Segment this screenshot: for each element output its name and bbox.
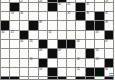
white-square[interactable] — [1, 49, 10, 58]
white-square[interactable] — [29, 31, 38, 40]
white-square[interactable] — [29, 68, 38, 77]
black-square — [105, 59, 114, 68]
white-square[interactable]: 32 — [86, 3, 95, 12]
white-square[interactable] — [29, 49, 38, 58]
black-square — [95, 12, 104, 21]
black-square — [86, 21, 95, 30]
white-square[interactable] — [10, 68, 19, 77]
black-square — [10, 3, 19, 12]
clue-number: 31 — [67, 3, 70, 6]
clue-number: 55 — [77, 68, 80, 71]
clue-number: 36 — [86, 12, 89, 15]
white-square[interactable] — [86, 59, 95, 68]
white-square[interactable] — [39, 31, 48, 40]
white-square[interactable] — [95, 40, 104, 49]
black-square — [10, 77, 19, 80]
white-square[interactable] — [86, 40, 95, 49]
white-square[interactable] — [76, 21, 85, 30]
white-square[interactable] — [105, 49, 114, 58]
white-square[interactable]: 38 — [39, 21, 48, 30]
clue-number: 56 — [105, 68, 108, 71]
clue-number: 41 — [11, 31, 14, 34]
white-square[interactable]: 41 — [10, 31, 19, 40]
white-square[interactable] — [67, 77, 76, 80]
clue-number: 51 — [30, 58, 33, 61]
clue-number: 46 — [77, 40, 80, 43]
white-square[interactable] — [67, 21, 76, 30]
white-square[interactable] — [48, 40, 57, 49]
white-square[interactable] — [29, 3, 38, 12]
white-square[interactable]: 44 — [20, 40, 29, 49]
black-square — [48, 3, 57, 12]
watermark-speck — [109, 73, 113, 76]
white-square[interactable]: 48 — [39, 49, 48, 58]
black-square — [76, 12, 85, 21]
white-square[interactable]: 47 — [105, 40, 114, 49]
white-square[interactable] — [67, 49, 76, 58]
black-square — [86, 68, 95, 77]
white-square[interactable]: 30 — [58, 3, 67, 12]
white-square[interactable] — [39, 12, 48, 21]
clue-number: 37 — [105, 12, 108, 15]
clue-number: 43 — [96, 31, 99, 34]
white-square[interactable] — [1, 68, 10, 77]
white-square[interactable] — [1, 40, 10, 49]
white-square[interactable]: 53 — [95, 59, 104, 68]
white-square[interactable] — [67, 68, 76, 77]
black-square — [76, 3, 85, 12]
white-square[interactable] — [95, 3, 104, 12]
white-square[interactable]: 43 — [95, 31, 104, 40]
white-square[interactable] — [10, 21, 19, 30]
white-square[interactable] — [67, 31, 76, 40]
white-square[interactable] — [20, 3, 29, 12]
white-square[interactable] — [20, 49, 29, 58]
white-square[interactable] — [58, 21, 67, 30]
black-square — [105, 31, 114, 40]
white-square[interactable]: 46 — [76, 40, 85, 49]
black-square — [86, 49, 95, 58]
clue-number: 42 — [48, 31, 51, 34]
white-square[interactable]: 55 — [76, 68, 85, 77]
white-square[interactable]: 33 — [10, 12, 19, 21]
white-square[interactable]: 35 — [67, 12, 76, 21]
white-square[interactable] — [1, 3, 10, 12]
white-square[interactable] — [20, 59, 29, 68]
crossword-thumbnail: 2728293031323334353637383940414243444546… — [0, 0, 115, 80]
clue-number: 48 — [39, 49, 42, 52]
white-square[interactable]: 52 — [76, 59, 85, 68]
white-square[interactable] — [39, 77, 48, 80]
black-square — [29, 21, 38, 30]
white-square[interactable] — [20, 68, 29, 77]
black-square — [48, 77, 57, 80]
white-square[interactable]: 54 — [39, 68, 48, 77]
white-square[interactable] — [1, 12, 10, 21]
white-square[interactable] — [86, 31, 95, 40]
black-square — [58, 77, 67, 80]
white-square[interactable]: 51 — [29, 59, 38, 68]
white-square[interactable] — [48, 12, 57, 21]
clue-number: 35 — [67, 12, 70, 15]
white-square[interactable] — [58, 12, 67, 21]
clue-number: 38 — [39, 21, 42, 24]
clue-number: 32 — [86, 3, 89, 6]
clue-number: 40 — [1, 31, 4, 34]
white-square[interactable] — [29, 77, 38, 80]
clue-number: 45 — [30, 40, 33, 43]
black-square — [39, 40, 48, 49]
clue-number: 49 — [58, 49, 61, 52]
white-square[interactable]: 42 — [48, 31, 57, 40]
black-square — [76, 77, 85, 80]
white-square[interactable]: 37 — [105, 12, 114, 21]
white-square[interactable] — [10, 49, 19, 58]
white-square[interactable] — [58, 59, 67, 68]
black-square — [48, 49, 57, 58]
clue-number: 44 — [20, 40, 23, 43]
crossword-grid: 2728293031323334353637383940414243444546… — [0, 0, 114, 80]
black-square — [86, 77, 95, 80]
white-square[interactable] — [20, 77, 29, 80]
white-square[interactable] — [48, 59, 57, 68]
black-square — [1, 21, 10, 30]
black-square — [95, 21, 104, 30]
white-square[interactable] — [20, 21, 29, 30]
white-square[interactable] — [58, 68, 67, 77]
clue-number: 52 — [77, 58, 80, 61]
clue-number: 30 — [58, 3, 61, 6]
clue-number: 47 — [105, 40, 108, 43]
white-square[interactable] — [58, 31, 67, 40]
white-square[interactable]: 39 — [105, 21, 114, 30]
white-square[interactable] — [67, 59, 76, 68]
white-square[interactable]: 31 — [67, 3, 76, 12]
clue-number: 54 — [39, 68, 42, 71]
clue-number: 53 — [96, 58, 99, 61]
black-square — [1, 77, 10, 80]
white-square[interactable] — [10, 59, 19, 68]
white-square[interactable] — [29, 12, 38, 21]
white-square[interactable] — [10, 40, 19, 49]
white-square[interactable]: 36 — [86, 12, 95, 21]
white-square[interactable]: 45 — [29, 40, 38, 49]
clue-number: 50 — [96, 49, 99, 52]
clue-number: 34 — [20, 12, 23, 15]
black-square — [39, 59, 48, 68]
white-square[interactable] — [39, 3, 48, 12]
white-square[interactable] — [105, 3, 114, 12]
black-square — [105, 77, 114, 80]
clue-number: 33 — [11, 12, 14, 15]
black-square — [95, 68, 104, 77]
white-square[interactable] — [1, 59, 10, 68]
white-square[interactable] — [76, 31, 85, 40]
white-square[interactable]: 50 — [95, 49, 104, 58]
black-square — [58, 40, 67, 49]
white-square[interactable] — [95, 77, 104, 80]
white-square[interactable]: 40 — [1, 31, 10, 40]
black-square — [20, 31, 29, 40]
white-square[interactable] — [48, 21, 57, 30]
white-square[interactable] — [76, 49, 85, 58]
clue-number: 39 — [105, 21, 108, 24]
black-square — [67, 40, 76, 49]
white-square[interactable]: 34 — [20, 12, 29, 21]
white-square[interactable]: 49 — [58, 49, 67, 58]
black-square — [48, 68, 57, 77]
